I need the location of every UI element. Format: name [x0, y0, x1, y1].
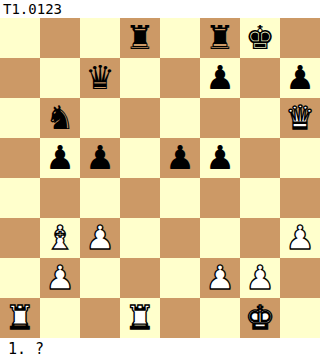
square-a5[interactable] [0, 138, 40, 178]
square-g4[interactable] [240, 178, 280, 218]
square-e6[interactable] [160, 98, 200, 138]
piece-white-queen: ♛ [280, 98, 320, 138]
square-b7[interactable] [40, 58, 80, 98]
square-d2[interactable] [120, 258, 160, 298]
square-g3[interactable] [240, 218, 280, 258]
square-c7[interactable]: ♛ [80, 58, 120, 98]
square-f5[interactable]: ♟ [200, 138, 240, 178]
square-d8[interactable]: ♜ [120, 18, 160, 58]
square-e8[interactable] [160, 18, 200, 58]
chess-app-window: T1.0123 ♜♜♚♛♟♟♞♛♟♟♟♟♝♟♟♟♟♟♜♜♚ 1. ? [0, 0, 320, 360]
piece-white-pawn: ♟ [40, 258, 80, 298]
piece-black-rook: ♜ [120, 18, 160, 58]
square-h7[interactable]: ♟ [280, 58, 320, 98]
square-b4[interactable] [40, 178, 80, 218]
square-a7[interactable] [0, 58, 40, 98]
piece-white-king: ♚ [240, 298, 280, 338]
square-f1[interactable] [200, 298, 240, 338]
square-a8[interactable] [0, 18, 40, 58]
piece-black-knight: ♞ [40, 98, 80, 138]
piece-black-pawn: ♟ [40, 138, 80, 178]
square-h3[interactable]: ♟ [280, 218, 320, 258]
square-f3[interactable] [200, 218, 240, 258]
square-e3[interactable] [160, 218, 200, 258]
square-b6[interactable]: ♞ [40, 98, 80, 138]
square-h1[interactable] [280, 298, 320, 338]
square-c2[interactable] [80, 258, 120, 298]
square-b5[interactable]: ♟ [40, 138, 80, 178]
square-e7[interactable] [160, 58, 200, 98]
piece-white-pawn: ♟ [280, 218, 320, 258]
puzzle-title: T1.0123 [0, 0, 320, 18]
square-f7[interactable]: ♟ [200, 58, 240, 98]
piece-black-pawn: ♟ [200, 58, 240, 98]
square-c3[interactable]: ♟ [80, 218, 120, 258]
square-h2[interactable] [280, 258, 320, 298]
piece-white-pawn: ♟ [80, 218, 120, 258]
square-a1[interactable]: ♜ [0, 298, 40, 338]
square-c6[interactable] [80, 98, 120, 138]
square-g1[interactable]: ♚ [240, 298, 280, 338]
square-c8[interactable] [80, 18, 120, 58]
square-f4[interactable] [200, 178, 240, 218]
square-d3[interactable] [120, 218, 160, 258]
piece-black-pawn: ♟ [200, 138, 240, 178]
square-b8[interactable] [40, 18, 80, 58]
square-b2[interactable]: ♟ [40, 258, 80, 298]
piece-white-pawn: ♟ [200, 258, 240, 298]
square-g6[interactable] [240, 98, 280, 138]
piece-white-pawn: ♟ [240, 258, 280, 298]
square-c5[interactable]: ♟ [80, 138, 120, 178]
square-a2[interactable] [0, 258, 40, 298]
square-h8[interactable] [280, 18, 320, 58]
piece-white-rook: ♜ [0, 298, 40, 338]
piece-white-rook: ♜ [120, 298, 160, 338]
move-prompt: 1. ? [0, 338, 320, 360]
square-f6[interactable] [200, 98, 240, 138]
square-b3[interactable]: ♝ [40, 218, 80, 258]
square-a3[interactable] [0, 218, 40, 258]
square-e2[interactable] [160, 258, 200, 298]
square-e5[interactable]: ♟ [160, 138, 200, 178]
piece-black-pawn: ♟ [80, 138, 120, 178]
piece-black-rook: ♜ [200, 18, 240, 58]
square-g2[interactable]: ♟ [240, 258, 280, 298]
square-h5[interactable] [280, 138, 320, 178]
square-d6[interactable] [120, 98, 160, 138]
square-b1[interactable] [40, 298, 80, 338]
square-c4[interactable] [80, 178, 120, 218]
square-f2[interactable]: ♟ [200, 258, 240, 298]
square-e4[interactable] [160, 178, 200, 218]
square-a6[interactable] [0, 98, 40, 138]
square-d7[interactable] [120, 58, 160, 98]
piece-black-pawn: ♟ [160, 138, 200, 178]
chess-board: ♜♜♚♛♟♟♞♛♟♟♟♟♝♟♟♟♟♟♜♜♚ [0, 18, 320, 338]
square-d4[interactable] [120, 178, 160, 218]
square-e1[interactable] [160, 298, 200, 338]
square-g8[interactable]: ♚ [240, 18, 280, 58]
square-c1[interactable] [80, 298, 120, 338]
piece-white-bishop: ♝ [40, 218, 80, 258]
piece-black-queen: ♛ [80, 58, 120, 98]
square-a4[interactable] [0, 178, 40, 218]
piece-black-pawn: ♟ [280, 58, 320, 98]
square-d5[interactable] [120, 138, 160, 178]
square-g7[interactable] [240, 58, 280, 98]
square-g5[interactable] [240, 138, 280, 178]
square-d1[interactable]: ♜ [120, 298, 160, 338]
square-h6[interactable]: ♛ [280, 98, 320, 138]
square-f8[interactable]: ♜ [200, 18, 240, 58]
square-h4[interactable] [280, 178, 320, 218]
piece-black-king: ♚ [240, 18, 280, 58]
